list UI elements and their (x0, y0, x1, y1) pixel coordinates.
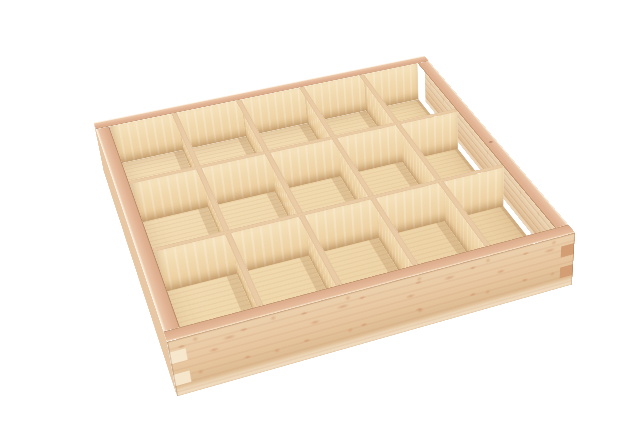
product-photo-scene (0, 0, 640, 426)
finger-joint (559, 232, 575, 288)
tray-rim-right (418, 61, 569, 228)
tray-rim-left (96, 126, 180, 331)
divider-top-vertical (359, 74, 491, 246)
finger-joint (167, 337, 193, 396)
tray-left-wall (94, 123, 177, 397)
wooden-sorting-tray (94, 56, 575, 342)
divider-top-vertical (171, 113, 263, 307)
